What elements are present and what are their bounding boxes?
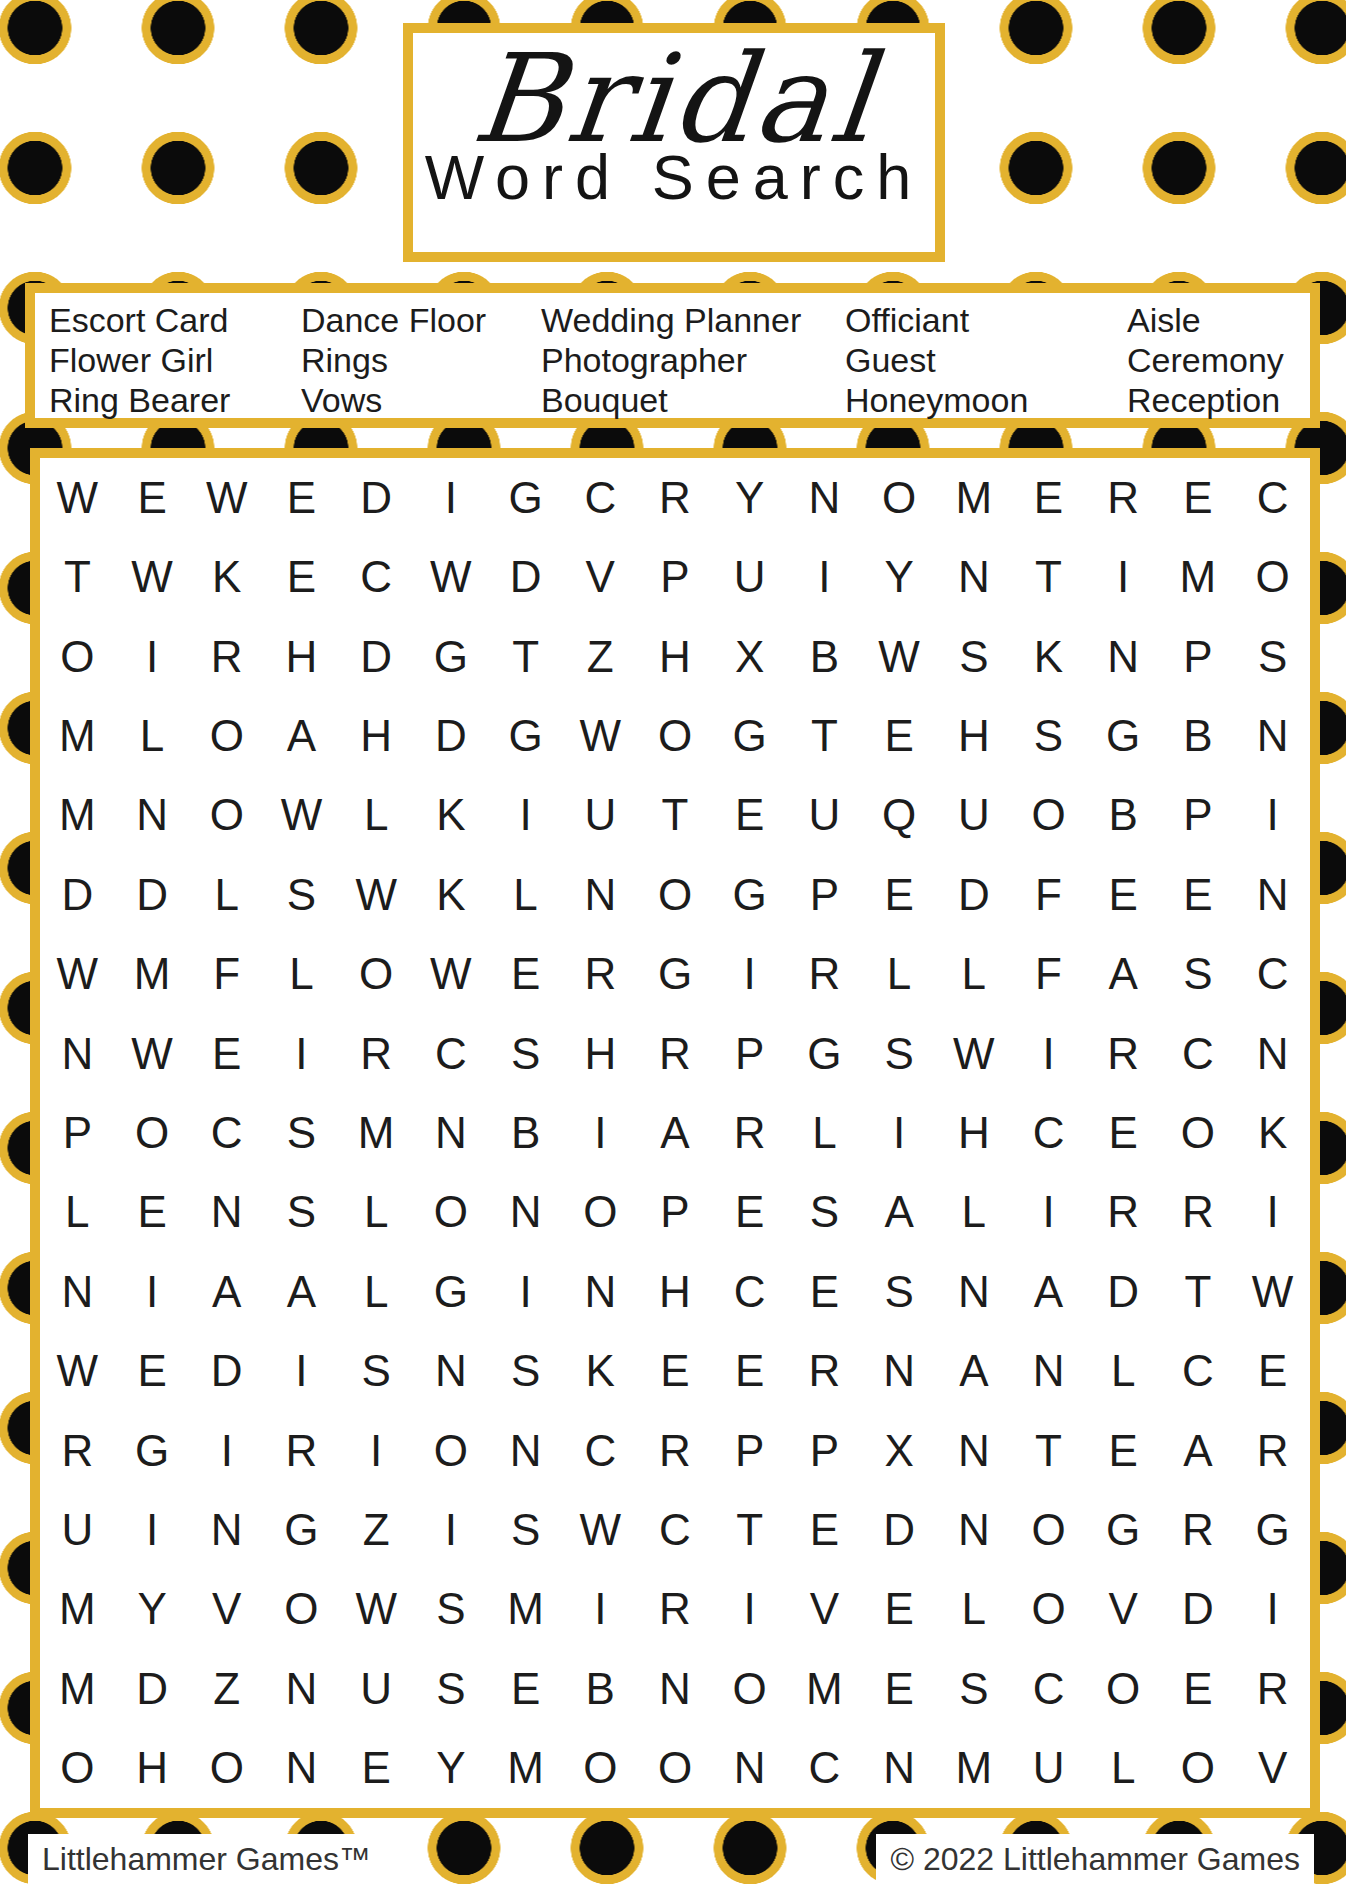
grid-cell: G bbox=[414, 1252, 489, 1331]
grid-cell: E bbox=[862, 696, 937, 775]
grid-cell: P bbox=[638, 1173, 713, 1252]
grid-cell: C bbox=[339, 537, 414, 616]
grid-cell: G bbox=[712, 696, 787, 775]
grid-cell: U bbox=[936, 776, 1011, 855]
grid-cell: N bbox=[40, 1014, 115, 1093]
grid-cell: R bbox=[563, 934, 638, 1013]
word-list-item: Honeymoon bbox=[845, 380, 1127, 420]
grid-cell: T bbox=[40, 537, 115, 616]
grid-cell: H bbox=[936, 1093, 1011, 1172]
grid-cell: U bbox=[1011, 1729, 1086, 1808]
grid-cell: S bbox=[787, 1173, 862, 1252]
grid-cell: N bbox=[712, 1729, 787, 1808]
grid-cell: S bbox=[936, 617, 1011, 696]
grid-cell: C bbox=[1161, 1332, 1236, 1411]
grid-cell: E bbox=[862, 855, 937, 934]
grid-cell: D bbox=[414, 696, 489, 775]
grid-cell: O bbox=[40, 617, 115, 696]
grid-cell: B bbox=[1086, 776, 1161, 855]
grid-cell: W bbox=[40, 1332, 115, 1411]
grid-cell: Z bbox=[563, 617, 638, 696]
grid-cell: S bbox=[936, 1649, 1011, 1728]
grid-cell: N bbox=[264, 1729, 339, 1808]
grid-cell: K bbox=[414, 776, 489, 855]
grid-cell: N bbox=[1086, 617, 1161, 696]
grid-cell: G bbox=[414, 617, 489, 696]
grid-cell: R bbox=[40, 1411, 115, 1490]
grid-cell: W bbox=[339, 855, 414, 934]
word-list-item: Bouquet bbox=[541, 380, 845, 420]
grid-cell: I bbox=[787, 537, 862, 616]
grid-cell: S bbox=[264, 855, 339, 934]
grid-cell: X bbox=[712, 617, 787, 696]
grid-cell: N bbox=[638, 1649, 713, 1728]
grid-cell: L bbox=[488, 855, 563, 934]
grid-cell: G bbox=[1086, 1490, 1161, 1569]
grid-cell: O bbox=[1011, 1570, 1086, 1649]
word-column: AisleCeremonyReception bbox=[1127, 300, 1310, 420]
grid-cell: S bbox=[862, 1014, 937, 1093]
word-list-item: Vows bbox=[301, 380, 541, 420]
grid-cell: I bbox=[115, 617, 190, 696]
grid-cell: I bbox=[189, 1411, 264, 1490]
grid-cell: W bbox=[40, 934, 115, 1013]
word-column: OfficiantGuestHoneymoon bbox=[845, 300, 1127, 420]
grid-cell: I bbox=[1011, 1014, 1086, 1093]
grid-cell: K bbox=[189, 537, 264, 616]
grid-cell: P bbox=[40, 1093, 115, 1172]
grid-cell: W bbox=[115, 1014, 190, 1093]
grid-cell: N bbox=[1011, 1332, 1086, 1411]
grid-cell: N bbox=[936, 537, 1011, 616]
footer-copyright-label: © 2022 Littlehammer Games bbox=[876, 1834, 1314, 1884]
grid-cell: R bbox=[638, 1570, 713, 1649]
grid-cell: E bbox=[339, 1729, 414, 1808]
grid-cell: I bbox=[563, 1570, 638, 1649]
grid-cell: P bbox=[787, 1411, 862, 1490]
grid-cell: T bbox=[488, 617, 563, 696]
grid-cell: O bbox=[1235, 537, 1310, 616]
grid-cell: K bbox=[1011, 617, 1086, 696]
grid-cell: W bbox=[189, 458, 264, 537]
grid-cell: E bbox=[712, 1332, 787, 1411]
grid-cell: R bbox=[1235, 1649, 1310, 1728]
grid-cell: U bbox=[339, 1649, 414, 1728]
grid-cell: G bbox=[1235, 1490, 1310, 1569]
grid-cell: M bbox=[787, 1649, 862, 1728]
grid-cell: K bbox=[414, 855, 489, 934]
grid-cell: W bbox=[1235, 1252, 1310, 1331]
grid-cell: R bbox=[339, 1014, 414, 1093]
grid-cell: R bbox=[1161, 1490, 1236, 1569]
grid-cell: A bbox=[862, 1173, 937, 1252]
grid-cell: V bbox=[1235, 1729, 1310, 1808]
grid-cell: B bbox=[563, 1649, 638, 1728]
grid-cell: S bbox=[1011, 696, 1086, 775]
grid-cell: A bbox=[189, 1252, 264, 1331]
grid-cell: E bbox=[712, 1173, 787, 1252]
grid-cell: D bbox=[115, 1649, 190, 1728]
grid-cell: I bbox=[712, 934, 787, 1013]
grid-cell: D bbox=[862, 1490, 937, 1569]
grid-cell: I bbox=[1235, 1570, 1310, 1649]
grid-cell: O bbox=[638, 855, 713, 934]
grid-cell: M bbox=[339, 1093, 414, 1172]
grid-cell: R bbox=[638, 1411, 713, 1490]
grid-cell: N bbox=[563, 855, 638, 934]
grid-cell: O bbox=[40, 1729, 115, 1808]
grid-cell: G bbox=[638, 934, 713, 1013]
grid-cell: C bbox=[414, 1014, 489, 1093]
grid-cell: G bbox=[787, 1014, 862, 1093]
grid-cell: N bbox=[40, 1252, 115, 1331]
grid-cell: P bbox=[638, 537, 713, 616]
grid-cell: I bbox=[115, 1252, 190, 1331]
grid-cell: L bbox=[936, 934, 1011, 1013]
grid-cell: C bbox=[1011, 1093, 1086, 1172]
word-list-item: Escort Card bbox=[49, 300, 301, 340]
grid-cell: C bbox=[563, 458, 638, 537]
grid-cell: U bbox=[563, 776, 638, 855]
grid-cell: L bbox=[264, 934, 339, 1013]
grid-cell: Y bbox=[115, 1570, 190, 1649]
grid-cell: T bbox=[1011, 537, 1086, 616]
grid-cell: U bbox=[712, 537, 787, 616]
grid-cell: R bbox=[1086, 1014, 1161, 1093]
grid-cell: O bbox=[1161, 1093, 1236, 1172]
grid-cell: D bbox=[1086, 1252, 1161, 1331]
grid-cell: V bbox=[189, 1570, 264, 1649]
grid-cell: S bbox=[339, 1332, 414, 1411]
word-list-item: Reception bbox=[1127, 380, 1310, 420]
word-list-item: Guest bbox=[845, 340, 1127, 380]
grid-cell: Y bbox=[414, 1729, 489, 1808]
grid-cell: M bbox=[936, 1729, 1011, 1808]
grid-cell: P bbox=[712, 1411, 787, 1490]
grid-cell: I bbox=[414, 1490, 489, 1569]
grid-cell: O bbox=[563, 1729, 638, 1808]
word-list-item: Rings bbox=[301, 340, 541, 380]
grid-cell: U bbox=[787, 776, 862, 855]
grid-cell: L bbox=[1086, 1332, 1161, 1411]
grid-cell: E bbox=[264, 458, 339, 537]
grid-cell: N bbox=[862, 1332, 937, 1411]
grid-cell: M bbox=[488, 1729, 563, 1808]
word-column: Escort CardFlower GirlRing Bearer bbox=[49, 300, 301, 420]
grid-cell: D bbox=[488, 537, 563, 616]
grid-cell: O bbox=[638, 696, 713, 775]
grid-cell: R bbox=[1161, 1173, 1236, 1252]
word-list-item: Officiant bbox=[845, 300, 1127, 340]
grid-cell: I bbox=[414, 458, 489, 537]
grid-cell: L bbox=[40, 1173, 115, 1252]
grid-cell: O bbox=[1011, 1490, 1086, 1569]
grid-cell: G bbox=[712, 855, 787, 934]
word-list-box: Escort CardFlower GirlRing BearerDance F… bbox=[25, 283, 1320, 428]
grid-cell: P bbox=[1161, 776, 1236, 855]
word-list-item: Ring Bearer bbox=[49, 380, 301, 420]
grid-cell: S bbox=[414, 1649, 489, 1728]
word-column: Wedding PlannerPhotographerBouquet bbox=[541, 300, 845, 420]
grid-cell: O bbox=[414, 1173, 489, 1252]
grid-cell: H bbox=[563, 1014, 638, 1093]
grid-cell: C bbox=[1011, 1649, 1086, 1728]
grid-cell: N bbox=[1235, 1014, 1310, 1093]
grid-cell: C bbox=[1235, 458, 1310, 537]
grid-cell: E bbox=[115, 1173, 190, 1252]
grid-cell: S bbox=[264, 1093, 339, 1172]
grid-cell: W bbox=[339, 1570, 414, 1649]
letter-grid: WEWEDIGCRYNOMERECTWKECWDVPUIYNTIMOOIRHDG… bbox=[40, 458, 1310, 1808]
grid-cell: A bbox=[638, 1093, 713, 1172]
grid-cell: E bbox=[115, 1332, 190, 1411]
grid-cell: Y bbox=[712, 458, 787, 537]
grid-cell: M bbox=[488, 1570, 563, 1649]
word-list-item: Flower Girl bbox=[49, 340, 301, 380]
grid-cell: I bbox=[1235, 776, 1310, 855]
grid-cell: C bbox=[787, 1729, 862, 1808]
grid-cell: N bbox=[1235, 696, 1310, 775]
grid-cell: G bbox=[264, 1490, 339, 1569]
grid-cell: O bbox=[1161, 1729, 1236, 1808]
grid-cell: N bbox=[488, 1411, 563, 1490]
grid-cell: W bbox=[862, 617, 937, 696]
grid-cell: X bbox=[862, 1411, 937, 1490]
grid-cell: I bbox=[339, 1411, 414, 1490]
grid-cell: H bbox=[638, 617, 713, 696]
grid-cell: N bbox=[936, 1252, 1011, 1331]
grid-cell: E bbox=[1161, 458, 1236, 537]
grid-cell: H bbox=[115, 1729, 190, 1808]
grid-cell: E bbox=[787, 1252, 862, 1331]
grid-cell: W bbox=[936, 1014, 1011, 1093]
grid-cell: E bbox=[1086, 1093, 1161, 1172]
grid-cell: L bbox=[339, 1252, 414, 1331]
grid-cell: P bbox=[787, 855, 862, 934]
grid-cell: S bbox=[488, 1332, 563, 1411]
grid-cell: D bbox=[339, 458, 414, 537]
grid-cell: M bbox=[40, 696, 115, 775]
grid-cell: O bbox=[189, 776, 264, 855]
grid-cell: S bbox=[1235, 617, 1310, 696]
grid-cell: B bbox=[488, 1093, 563, 1172]
grid-cell: C bbox=[1161, 1014, 1236, 1093]
word-list-item: Wedding Planner bbox=[541, 300, 845, 340]
grid-cell: O bbox=[189, 1729, 264, 1808]
grid-cell: M bbox=[936, 458, 1011, 537]
grid-cell: L bbox=[936, 1570, 1011, 1649]
grid-cell: D bbox=[1161, 1570, 1236, 1649]
grid-cell: M bbox=[40, 776, 115, 855]
grid-cell: A bbox=[1086, 934, 1161, 1013]
grid-cell: E bbox=[1086, 855, 1161, 934]
grid-cell: R bbox=[787, 934, 862, 1013]
grid-cell: R bbox=[638, 1014, 713, 1093]
grid-cell: H bbox=[339, 696, 414, 775]
grid-cell: E bbox=[862, 1570, 937, 1649]
grid-cell: R bbox=[189, 617, 264, 696]
grid-cell: W bbox=[563, 696, 638, 775]
grid-cell: N bbox=[787, 458, 862, 537]
grid-cell: S bbox=[414, 1570, 489, 1649]
grid-cell: E bbox=[115, 458, 190, 537]
grid-cell: O bbox=[414, 1411, 489, 1490]
grid-cell: S bbox=[488, 1014, 563, 1093]
grid-cell: O bbox=[862, 458, 937, 537]
grid-cell: U bbox=[40, 1490, 115, 1569]
grid-cell: N bbox=[414, 1332, 489, 1411]
grid-cell: H bbox=[638, 1252, 713, 1331]
footer-brand-label: Littlehammer Games™ bbox=[28, 1834, 385, 1884]
grid-cell: W bbox=[40, 458, 115, 537]
grid-cell: S bbox=[1161, 934, 1236, 1013]
grid-cell: R bbox=[1086, 458, 1161, 537]
word-list-item: Dance Floor bbox=[301, 300, 541, 340]
grid-cell: G bbox=[488, 696, 563, 775]
grid-cell: M bbox=[40, 1649, 115, 1728]
grid-cell: M bbox=[40, 1570, 115, 1649]
grid-cell: D bbox=[115, 855, 190, 934]
grid-cell: O bbox=[264, 1570, 339, 1649]
grid-cell: L bbox=[936, 1173, 1011, 1252]
grid-cell: R bbox=[1235, 1411, 1310, 1490]
grid-cell: O bbox=[189, 696, 264, 775]
grid-cell: Q bbox=[862, 776, 937, 855]
grid-cell: A bbox=[1161, 1411, 1236, 1490]
grid-cell: E bbox=[1235, 1332, 1310, 1411]
grid-cell: E bbox=[787, 1490, 862, 1569]
grid-cell: O bbox=[339, 934, 414, 1013]
grid-cell: Z bbox=[189, 1649, 264, 1728]
grid-cell: N bbox=[189, 1173, 264, 1252]
grid-cell: E bbox=[1161, 855, 1236, 934]
grid-cell: I bbox=[488, 776, 563, 855]
grid-cell: C bbox=[563, 1411, 638, 1490]
grid-cell: T bbox=[712, 1490, 787, 1569]
grid-cell: P bbox=[1161, 617, 1236, 696]
grid-cell: D bbox=[189, 1332, 264, 1411]
grid-cell: N bbox=[862, 1729, 937, 1808]
grid-cell: F bbox=[1011, 934, 1086, 1013]
grid-cell: D bbox=[40, 855, 115, 934]
grid-cell: O bbox=[1086, 1649, 1161, 1728]
grid-cell: W bbox=[414, 934, 489, 1013]
grid-cell: I bbox=[563, 1093, 638, 1172]
grid-cell: O bbox=[563, 1173, 638, 1252]
grid-cell: G bbox=[488, 458, 563, 537]
grid-cell: K bbox=[1235, 1093, 1310, 1172]
grid-cell: M bbox=[1161, 537, 1236, 616]
grid-cell: T bbox=[1161, 1252, 1236, 1331]
grid-cell: W bbox=[414, 537, 489, 616]
grid-cell: H bbox=[264, 617, 339, 696]
grid-cell: N bbox=[563, 1252, 638, 1331]
grid-cell: L bbox=[1086, 1729, 1161, 1808]
grid-cell: I bbox=[1235, 1173, 1310, 1252]
grid-cell: E bbox=[264, 537, 339, 616]
grid-cell: S bbox=[862, 1252, 937, 1331]
grid-cell: T bbox=[787, 696, 862, 775]
grid-cell: I bbox=[264, 1014, 339, 1093]
grid-cell: N bbox=[488, 1173, 563, 1252]
grid-cell: R bbox=[1086, 1173, 1161, 1252]
grid-cell: A bbox=[936, 1332, 1011, 1411]
grid-cell: G bbox=[1086, 696, 1161, 775]
grid-cell: W bbox=[563, 1490, 638, 1569]
grid-cell: S bbox=[488, 1490, 563, 1569]
grid-cell: N bbox=[115, 776, 190, 855]
grid-cell: N bbox=[414, 1093, 489, 1172]
grid-cell: E bbox=[189, 1014, 264, 1093]
grid-cell: O bbox=[1011, 776, 1086, 855]
grid-cell: E bbox=[862, 1649, 937, 1728]
grid-cell: V bbox=[1086, 1570, 1161, 1649]
grid-cell: F bbox=[189, 934, 264, 1013]
grid-cell: N bbox=[936, 1411, 1011, 1490]
grid-cell: R bbox=[638, 458, 713, 537]
grid-cell: W bbox=[264, 776, 339, 855]
grid-cell: B bbox=[1161, 696, 1236, 775]
grid-cell: V bbox=[787, 1570, 862, 1649]
grid-cell: O bbox=[638, 1729, 713, 1808]
grid-cell: S bbox=[264, 1173, 339, 1252]
grid-cell: L bbox=[787, 1093, 862, 1172]
grid-cell: N bbox=[189, 1490, 264, 1569]
grid-cell: P bbox=[712, 1014, 787, 1093]
grid-cell: A bbox=[1011, 1252, 1086, 1331]
grid-cell: D bbox=[339, 617, 414, 696]
grid-cell: L bbox=[339, 1173, 414, 1252]
grid-cell: O bbox=[712, 1649, 787, 1728]
polka-dot-background: Bridal Word Search Escort CardFlower Gir… bbox=[0, 0, 1346, 1884]
grid-cell: E bbox=[1161, 1649, 1236, 1728]
grid-cell: D bbox=[936, 855, 1011, 934]
grid-cell: C bbox=[712, 1252, 787, 1331]
grid-cell: E bbox=[1086, 1411, 1161, 1490]
grid-cell: K bbox=[563, 1332, 638, 1411]
grid-cell: I bbox=[1086, 537, 1161, 616]
grid-cell: T bbox=[638, 776, 713, 855]
grid-cell: N bbox=[936, 1490, 1011, 1569]
title-script-text: Bridal bbox=[467, 35, 881, 163]
grid-cell: F bbox=[1011, 855, 1086, 934]
word-column: Dance FloorRingsVows bbox=[301, 300, 541, 420]
grid-cell: E bbox=[488, 1649, 563, 1728]
grid-cell: L bbox=[115, 696, 190, 775]
grid-cell: W bbox=[115, 537, 190, 616]
grid-cell: Z bbox=[339, 1490, 414, 1569]
grid-cell: V bbox=[563, 537, 638, 616]
grid-cell: R bbox=[787, 1332, 862, 1411]
grid-cell: O bbox=[115, 1093, 190, 1172]
grid-cell: I bbox=[115, 1490, 190, 1569]
grid-cell: N bbox=[264, 1649, 339, 1728]
grid-cell: C bbox=[638, 1490, 713, 1569]
grid-cell: A bbox=[264, 696, 339, 775]
grid-cell: Y bbox=[862, 537, 937, 616]
grid-cell: E bbox=[638, 1332, 713, 1411]
grid-cell: I bbox=[862, 1093, 937, 1172]
word-list-item: Aisle bbox=[1127, 300, 1310, 340]
grid-cell: E bbox=[712, 776, 787, 855]
grid-cell: I bbox=[488, 1252, 563, 1331]
grid-cell: E bbox=[488, 934, 563, 1013]
grid-cell: C bbox=[1235, 934, 1310, 1013]
grid-cell: A bbox=[264, 1252, 339, 1331]
grid-cell: L bbox=[189, 855, 264, 934]
grid-cell: B bbox=[787, 617, 862, 696]
grid-cell: T bbox=[1011, 1411, 1086, 1490]
